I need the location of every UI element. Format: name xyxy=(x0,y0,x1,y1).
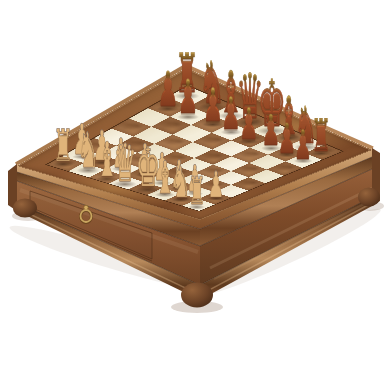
chess-set-photo: ♜♞♝♛♚♝♞♜♟♟♟♟♟♟♟♟♟♟♟♟♟♟♟♟♜♞♝♛♚♝♞♜ xyxy=(0,0,385,385)
bun-foot-front xyxy=(181,283,213,308)
bun-foot-left xyxy=(13,199,37,218)
bun-foot-right xyxy=(358,188,380,207)
